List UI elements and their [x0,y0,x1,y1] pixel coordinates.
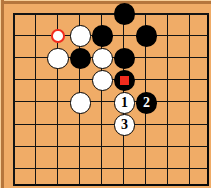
white-stone [92,70,114,92]
red-circle-marker [51,29,65,43]
black-stone [114,3,136,25]
white-stone: 3 [114,114,136,136]
move-number-label: 2 [143,96,150,110]
move-number-label: 3 [121,118,128,132]
black-stone [70,48,92,70]
black-stone [114,70,136,92]
go-board-diagram: 123 [0,0,211,188]
move-number-label: 1 [121,96,128,110]
stones-layer: 123 [0,0,211,188]
white-stone [70,25,92,47]
white-stone [47,48,69,70]
white-stone [70,92,92,114]
black-stone [114,48,136,70]
red-square-marker [120,76,130,86]
black-stone [92,25,114,47]
white-stone [92,48,114,70]
white-stone: 1 [114,92,136,114]
black-stone: 2 [136,92,158,114]
black-stone [136,25,158,47]
